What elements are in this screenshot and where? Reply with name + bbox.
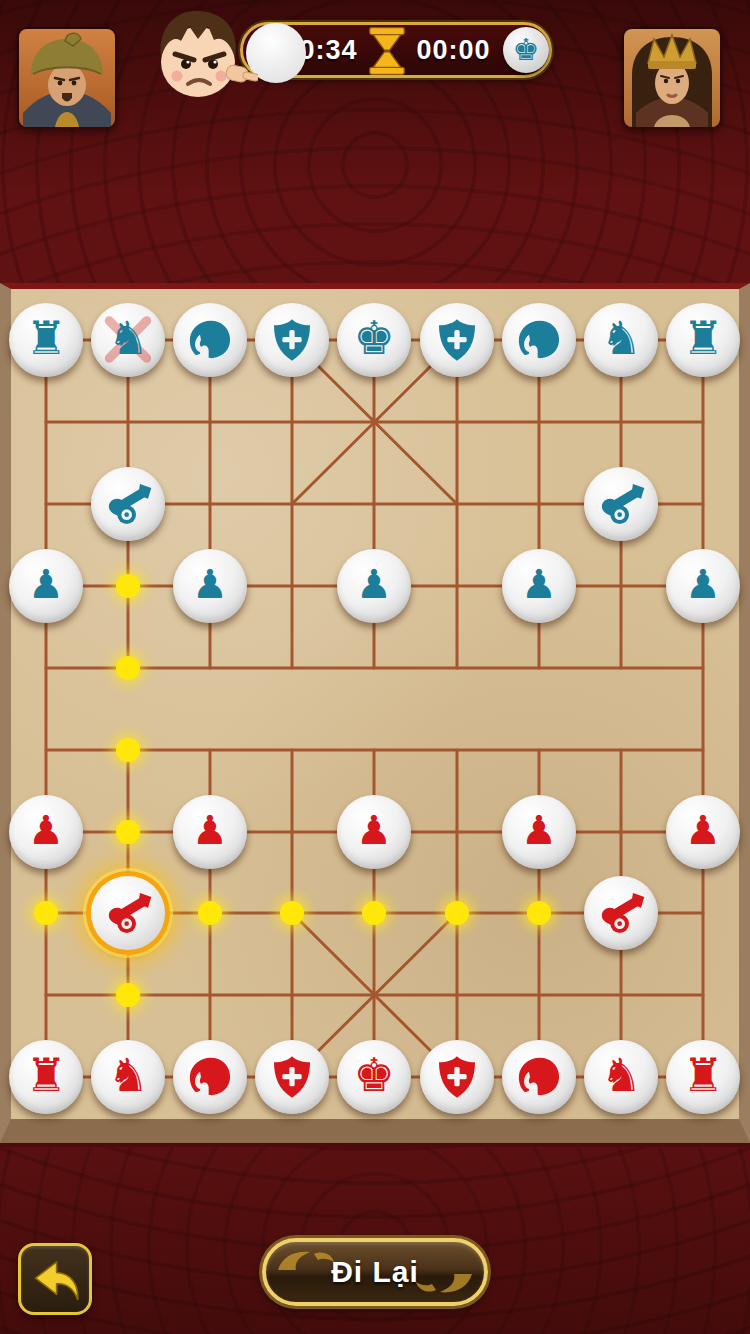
move-hint-dot[interactable] bbox=[198, 901, 222, 925]
player-left-avatar[interactable] bbox=[17, 27, 117, 129]
gold-flourish-icon bbox=[276, 1248, 336, 1274]
pawn-glyph: ♟ bbox=[521, 564, 557, 604]
male-general-avatar-icon bbox=[19, 29, 115, 127]
cannon-icon bbox=[104, 480, 152, 528]
knight-glyph: ♞ bbox=[600, 1052, 641, 1098]
elephant-icon bbox=[515, 316, 563, 364]
piece-red-rook[interactable]: ♜ bbox=[9, 1040, 83, 1114]
female-queen-avatar-icon bbox=[624, 29, 720, 127]
piece-red-elephant[interactable] bbox=[173, 1040, 247, 1114]
clock-right: 00:00 bbox=[406, 35, 501, 66]
piece-blue-king[interactable]: ♚ bbox=[337, 303, 411, 377]
move-hint-dot[interactable] bbox=[34, 901, 58, 925]
cannon-icon bbox=[597, 889, 645, 937]
rook-glyph: ♜ bbox=[682, 1052, 723, 1098]
pawn-glyph: ♟ bbox=[356, 810, 392, 850]
back-arrow-icon bbox=[29, 1255, 81, 1303]
piece-red-cannon[interactable] bbox=[584, 876, 658, 950]
gold-flourish-icon bbox=[414, 1270, 474, 1296]
pawn-glyph: ♟ bbox=[28, 564, 64, 604]
move-hint-dot[interactable] bbox=[445, 901, 469, 925]
piece-blue-elephant[interactable] bbox=[502, 303, 576, 377]
rook-glyph: ♜ bbox=[682, 315, 723, 361]
turn-badge: ♚ bbox=[503, 27, 549, 73]
piece-red-pawn[interactable]: ♟ bbox=[337, 795, 411, 869]
piece-blue-pawn[interactable]: ♟ bbox=[337, 549, 411, 623]
advisor-shield-icon bbox=[268, 316, 316, 364]
move-hint-dot[interactable] bbox=[280, 901, 304, 925]
piece-blue-pawn[interactable]: ♟ bbox=[502, 549, 576, 623]
piece-red-advisor[interactable] bbox=[420, 1040, 494, 1114]
cannon-icon bbox=[597, 480, 645, 528]
move-hint-dot[interactable] bbox=[116, 656, 140, 680]
knight-glyph: ♞ bbox=[107, 1052, 148, 1098]
knight-glyph: ♞ bbox=[600, 315, 641, 361]
piece-red-rook[interactable]: ♜ bbox=[666, 1040, 740, 1114]
cannon-icon bbox=[104, 889, 152, 937]
app-screen: ♜♞ ♚ ♞♜ ♟♟♟♟♟♟♟♟♟♟ ♜♞ ♚ ♞♜ bbox=[0, 0, 750, 1334]
move-hint-dot[interactable] bbox=[362, 901, 386, 925]
elephant-icon bbox=[186, 1053, 234, 1101]
piece-blue-advisor[interactable] bbox=[420, 303, 494, 377]
piece-red-king[interactable]: ♚ bbox=[337, 1040, 411, 1114]
move-hint-dot[interactable] bbox=[116, 820, 140, 844]
rook-glyph: ♜ bbox=[25, 315, 66, 361]
undo-move-label: Đi Lại bbox=[331, 1255, 419, 1289]
piece-red-elephant[interactable] bbox=[502, 1040, 576, 1114]
move-hint-dot[interactable] bbox=[116, 738, 140, 762]
elephant-icon bbox=[515, 1053, 563, 1101]
piece-red-knight[interactable]: ♞ bbox=[584, 1040, 658, 1114]
king-glyph: ♚ bbox=[353, 1052, 394, 1098]
blue-king-badge-icon: ♚ bbox=[513, 35, 540, 65]
elephant-icon bbox=[186, 316, 234, 364]
knight-glyph: ♞ bbox=[107, 315, 148, 361]
pawn-glyph: ♟ bbox=[685, 564, 721, 604]
pawn-glyph: ♟ bbox=[521, 810, 557, 850]
piece-red-pawn[interactable]: ♟ bbox=[173, 795, 247, 869]
piece-blue-knight[interactable]: ♞ bbox=[91, 303, 165, 377]
piece-blue-rook[interactable]: ♜ bbox=[9, 303, 83, 377]
piece-blue-pawn[interactable]: ♟ bbox=[173, 549, 247, 623]
piece-blue-elephant[interactable] bbox=[173, 303, 247, 377]
move-hint-dot[interactable] bbox=[116, 983, 140, 1007]
pawn-glyph: ♟ bbox=[192, 810, 228, 850]
advisor-shield-icon bbox=[433, 1053, 481, 1101]
piece-blue-knight[interactable]: ♞ bbox=[584, 303, 658, 377]
hourglass-icon bbox=[368, 25, 406, 77]
piece-blue-cannon[interactable] bbox=[584, 467, 658, 541]
move-hint-dot[interactable] bbox=[116, 574, 140, 598]
advisor-shield-icon bbox=[433, 316, 481, 364]
angry-kid-pointing-icon bbox=[146, 4, 258, 110]
piece-blue-advisor[interactable] bbox=[255, 303, 329, 377]
player-right-avatar[interactable] bbox=[622, 27, 722, 129]
piece-red-advisor[interactable] bbox=[255, 1040, 329, 1114]
back-button[interactable] bbox=[18, 1243, 92, 1315]
piece-blue-pawn[interactable]: ♟ bbox=[666, 549, 740, 623]
undo-move-button[interactable]: Đi Lại bbox=[262, 1238, 488, 1306]
rook-glyph: ♜ bbox=[25, 1052, 66, 1098]
piece-red-cannon[interactable] bbox=[91, 876, 165, 950]
play-layer: ♜♞ ♚ ♞♜ ♟♟♟♟♟♟♟♟♟♟ ♜♞ ♚ ♞♜ bbox=[0, 0, 750, 1334]
pawn-glyph: ♟ bbox=[192, 564, 228, 604]
king-glyph: ♚ bbox=[353, 315, 394, 361]
pawn-glyph: ♟ bbox=[356, 564, 392, 604]
piece-red-knight[interactable]: ♞ bbox=[91, 1040, 165, 1114]
move-hint-dot[interactable] bbox=[527, 901, 551, 925]
piece-blue-pawn[interactable]: ♟ bbox=[9, 549, 83, 623]
advisor-shield-icon bbox=[268, 1053, 316, 1101]
pawn-glyph: ♟ bbox=[685, 810, 721, 850]
piece-red-pawn[interactable]: ♟ bbox=[9, 795, 83, 869]
piece-red-pawn[interactable]: ♟ bbox=[502, 795, 576, 869]
pawn-glyph: ♟ bbox=[28, 810, 64, 850]
piece-blue-rook[interactable]: ♜ bbox=[666, 303, 740, 377]
piece-blue-cannon[interactable] bbox=[91, 467, 165, 541]
piece-red-pawn[interactable]: ♟ bbox=[666, 795, 740, 869]
